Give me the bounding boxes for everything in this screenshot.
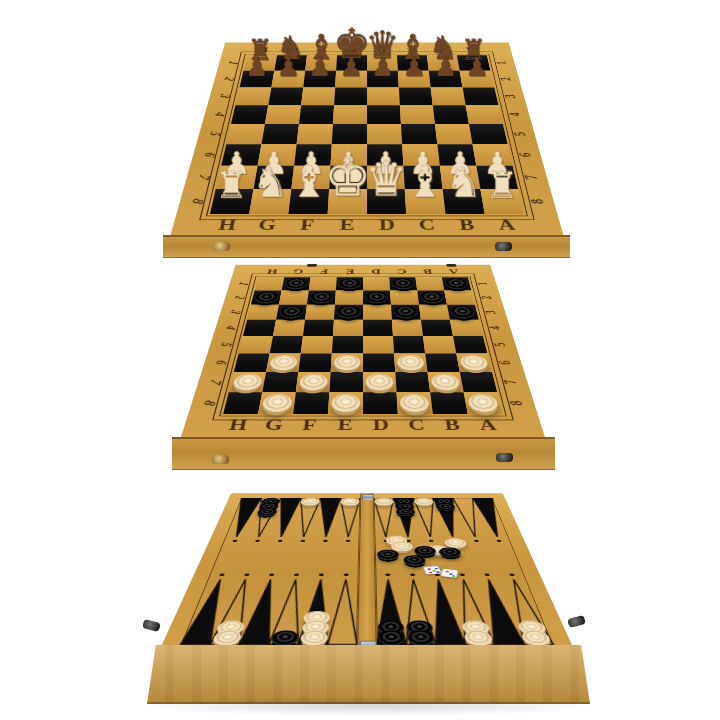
- checkers-file-label-top: C: [397, 268, 407, 275]
- backgammon-point-dot: [484, 573, 490, 575]
- product-photo-stage: HHGGFFEEDDCCBBAA1122334455667788♜♞♝♚♛♝♞♜…: [0, 0, 720, 720]
- backgammon-point-dot: [344, 573, 349, 575]
- backgammon-point-dot: [410, 573, 415, 575]
- checkers-file-label-top: E: [346, 268, 355, 275]
- backgammon-checker-black-far_right-p2[interactable]: [395, 508, 415, 516]
- checkers-hinge-knob-right: [446, 264, 457, 267]
- die-pip: [452, 575, 456, 577]
- checkers-file-label-top: D: [371, 268, 381, 275]
- chess-piece-dark-p-C2[interactable]: ♟: [403, 55, 426, 81]
- backgammon-end-clasp-left: [142, 619, 161, 632]
- backgammon-checker-white-far_right-p1[interactable]: [374, 498, 393, 505]
- backgammon-point-dot: [219, 573, 225, 575]
- chess-piece-dark-p-E2[interactable]: ♟: [340, 55, 363, 81]
- checkers-file-label-top: G: [293, 268, 304, 275]
- backgammon-point-dot: [319, 573, 324, 575]
- backgammon-hinge-far: [362, 494, 374, 500]
- backgammon-point-dot: [294, 573, 299, 575]
- die-pip: [436, 571, 440, 573]
- backgammon-point-dot: [459, 573, 465, 575]
- backgammon-point-near-left-6[interactable]: [328, 579, 359, 644]
- backgammon-point-dot: [509, 573, 515, 575]
- backgammon-point-dot: [269, 573, 275, 575]
- backgammon-point-dot: [244, 573, 250, 575]
- chess-piece-dark-p-A2[interactable]: ♟: [465, 55, 488, 81]
- backgammon-point-dot: [385, 573, 390, 575]
- checkers-file-label-top: H: [267, 268, 279, 275]
- checker-white-C6[interactable]: [397, 355, 425, 371]
- chess-piece-dark-p-F2[interactable]: ♟: [308, 55, 331, 81]
- checkers-file-label-top: A: [448, 268, 459, 275]
- backgammon-centre-bar: [357, 493, 377, 655]
- checker-black-C1[interactable]: [392, 278, 415, 289]
- backgammon-case: [157, 493, 577, 655]
- backgammon-checker-white-far_right-p3[interactable]: [414, 498, 434, 505]
- chess-piece-dark-p-H2[interactable]: ♟: [245, 55, 268, 81]
- backgammon-end-clasp-right: [567, 615, 586, 628]
- chess-piece-dark-p-B2[interactable]: ♟: [434, 55, 457, 81]
- checkers-file-label-top: F: [320, 268, 329, 275]
- checker-black-C3[interactable]: [393, 306, 418, 319]
- chess-piece-dark-p-D2[interactable]: ♟: [371, 55, 394, 81]
- backgammon-ground-shadow: [140, 696, 600, 716]
- chess-piece-dark-p-G2[interactable]: ♟: [277, 55, 300, 81]
- checkers-hinge-knob-left: [307, 264, 318, 267]
- backgammon-front-wall-shade: [147, 645, 590, 702]
- checker-black-E3[interactable]: [337, 306, 361, 319]
- checker-black-E1[interactable]: [338, 278, 361, 289]
- checker-white-E6[interactable]: [333, 355, 360, 371]
- checkers-file-label-top: B: [423, 268, 433, 275]
